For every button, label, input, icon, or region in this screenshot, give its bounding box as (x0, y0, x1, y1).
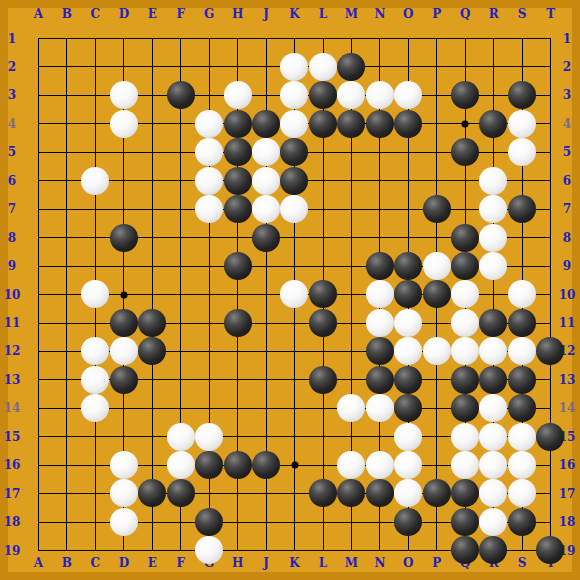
white-stone-R15 (479, 423, 507, 451)
black-stone-O13 (394, 366, 422, 394)
black-stone-G16 (195, 451, 223, 479)
black-stone-R11 (479, 309, 507, 337)
white-stone-S12 (508, 337, 536, 365)
black-stone-M2 (337, 53, 365, 81)
black-stone-D13 (110, 366, 138, 394)
black-stone-J16 (252, 451, 280, 479)
black-stone-T12 (536, 337, 564, 365)
coord-label-left-9: 9 (8, 260, 16, 272)
white-stone-M3 (337, 81, 365, 109)
coord-label-left-14: 14 (4, 402, 21, 414)
white-stone-G19 (195, 536, 223, 564)
coord-label-top-S: S (518, 8, 527, 20)
white-stone-L2 (309, 53, 337, 81)
white-stone-C13 (81, 366, 109, 394)
black-stone-F17 (167, 479, 195, 507)
coord-label-top-Q: Q (460, 8, 470, 20)
white-stone-H3 (224, 81, 252, 109)
black-stone-S11 (508, 309, 536, 337)
white-stone-R12 (479, 337, 507, 365)
coord-label-top-T: T (546, 8, 555, 20)
coord-label-top-O: O (403, 8, 413, 20)
coord-label-left-16: 16 (4, 459, 21, 471)
white-stone-R14 (479, 394, 507, 422)
white-stone-C14 (81, 394, 109, 422)
coord-label-top-L: L (319, 8, 327, 20)
coord-label-left-8: 8 (8, 232, 16, 244)
black-stone-R4 (479, 110, 507, 138)
white-stone-R16 (479, 451, 507, 479)
white-stone-D12 (110, 337, 138, 365)
white-stone-M16 (337, 451, 365, 479)
white-stone-N10 (366, 280, 394, 308)
coord-label-top-J: J (263, 8, 269, 20)
black-stone-H16 (224, 451, 252, 479)
white-stone-Q12 (451, 337, 479, 365)
coord-label-left-3: 3 (8, 89, 16, 101)
coord-label-top-G: G (204, 8, 214, 20)
white-stone-C10 (81, 280, 109, 308)
black-stone-T15 (536, 423, 564, 451)
coord-label-left-4: 4 (8, 118, 16, 130)
black-stone-O10 (394, 280, 422, 308)
coord-label-left-17: 17 (4, 488, 21, 500)
white-stone-K10 (280, 280, 308, 308)
coord-label-left-18: 18 (4, 516, 21, 528)
white-stone-J6 (252, 167, 280, 195)
black-stone-L3 (309, 81, 337, 109)
black-stone-O14 (394, 394, 422, 422)
black-stone-H11 (224, 309, 252, 337)
black-stone-R19 (479, 536, 507, 564)
black-stone-S13 (508, 366, 536, 394)
black-stone-L13 (309, 366, 337, 394)
coord-label-top-R: R (489, 8, 499, 20)
coord-label-left-13: 13 (4, 374, 21, 386)
black-stone-S3 (508, 81, 536, 109)
coord-label-left-1: 1 (8, 33, 16, 45)
black-stone-D8 (110, 224, 138, 252)
black-stone-N17 (366, 479, 394, 507)
black-stone-O9 (394, 252, 422, 280)
black-stone-O18 (394, 508, 422, 536)
black-stone-F3 (167, 81, 195, 109)
black-stone-Q18 (451, 508, 479, 536)
stones-grid (24, 24, 564, 564)
black-stone-Q19 (451, 536, 479, 564)
black-stone-L10 (309, 280, 337, 308)
black-stone-H4 (224, 110, 252, 138)
coord-label-left-19: 19 (4, 545, 21, 557)
black-stone-L4 (309, 110, 337, 138)
coord-label-top-D: D (119, 8, 129, 20)
black-stone-Q17 (451, 479, 479, 507)
black-stone-D11 (110, 309, 138, 337)
black-stone-H5 (224, 138, 252, 166)
white-stone-F15 (167, 423, 195, 451)
white-stone-D18 (110, 508, 138, 536)
black-stone-H9 (224, 252, 252, 280)
white-stone-Q15 (451, 423, 479, 451)
coord-label-top-N: N (374, 8, 385, 20)
coord-label-left-11: 11 (4, 317, 21, 329)
black-stone-R13 (479, 366, 507, 394)
coord-label-top-P: P (432, 8, 441, 20)
white-stone-O12 (394, 337, 422, 365)
white-stone-O17 (394, 479, 422, 507)
black-stone-J8 (252, 224, 280, 252)
black-stone-M17 (337, 479, 365, 507)
black-stone-O4 (394, 110, 422, 138)
black-stone-M4 (337, 110, 365, 138)
white-stone-S4 (508, 110, 536, 138)
white-stone-G4 (195, 110, 223, 138)
white-stone-K7 (280, 195, 308, 223)
black-stone-E12 (138, 337, 166, 365)
white-stone-O16 (394, 451, 422, 479)
black-stone-L17 (309, 479, 337, 507)
black-stone-P17 (423, 479, 451, 507)
coord-label-left-2: 2 (8, 61, 16, 73)
white-stone-K3 (280, 81, 308, 109)
white-stone-R9 (479, 252, 507, 280)
black-stone-Q9 (451, 252, 479, 280)
white-stone-Q10 (451, 280, 479, 308)
coord-label-top-C: C (91, 8, 101, 20)
goban: AABBCCDDEEFFGGHHJJKKLLMMNNOOPPQQRRSSTT11… (0, 0, 580, 580)
black-stone-J4 (252, 110, 280, 138)
black-stone-Q5 (451, 138, 479, 166)
black-stone-Q8 (451, 224, 479, 252)
white-stone-P12 (423, 337, 451, 365)
white-stone-R18 (479, 508, 507, 536)
white-stone-O3 (394, 81, 422, 109)
coord-label-left-12: 12 (4, 345, 21, 357)
white-stone-S15 (508, 423, 536, 451)
black-stone-E11 (138, 309, 166, 337)
white-stone-D4 (110, 110, 138, 138)
black-stone-N9 (366, 252, 394, 280)
white-stone-N16 (366, 451, 394, 479)
white-stone-R7 (479, 195, 507, 223)
white-stone-G15 (195, 423, 223, 451)
coord-label-top-E: E (148, 8, 157, 20)
coord-label-top-H: H (232, 8, 243, 20)
white-stone-Q16 (451, 451, 479, 479)
white-stone-R17 (479, 479, 507, 507)
black-stone-N13 (366, 366, 394, 394)
black-stone-S14 (508, 394, 536, 422)
coord-label-left-10: 10 (4, 289, 21, 301)
black-stone-Q13 (451, 366, 479, 394)
coord-label-top-M: M (345, 8, 358, 20)
white-stone-F16 (167, 451, 195, 479)
white-stone-N11 (366, 309, 394, 337)
black-stone-Q14 (451, 394, 479, 422)
black-stone-N4 (366, 110, 394, 138)
white-stone-M14 (337, 394, 365, 422)
coord-label-top-B: B (62, 8, 72, 20)
white-stone-O15 (394, 423, 422, 451)
white-stone-N14 (366, 394, 394, 422)
black-stone-G18 (195, 508, 223, 536)
white-stone-J5 (252, 138, 280, 166)
white-stone-S16 (508, 451, 536, 479)
white-stone-D3 (110, 81, 138, 109)
black-stone-L11 (309, 309, 337, 337)
black-stone-P10 (423, 280, 451, 308)
coord-label-left-6: 6 (8, 175, 16, 187)
coord-label-top-F: F (176, 8, 185, 20)
white-stone-G5 (195, 138, 223, 166)
white-stone-C6 (81, 167, 109, 195)
white-stone-S10 (508, 280, 536, 308)
white-stone-K2 (280, 53, 308, 81)
white-stone-S5 (508, 138, 536, 166)
black-stone-S7 (508, 195, 536, 223)
white-stone-R8 (479, 224, 507, 252)
black-stone-P7 (423, 195, 451, 223)
coord-label-left-15: 15 (4, 431, 21, 443)
white-stone-J7 (252, 195, 280, 223)
white-stone-G6 (195, 167, 223, 195)
black-stone-K6 (280, 167, 308, 195)
white-stone-S17 (508, 479, 536, 507)
white-stone-R6 (479, 167, 507, 195)
white-stone-O11 (394, 309, 422, 337)
black-stone-S18 (508, 508, 536, 536)
white-stone-C12 (81, 337, 109, 365)
coord-label-top-A: A (34, 8, 43, 20)
white-stone-D17 (110, 479, 138, 507)
coord-label-left-5: 5 (8, 146, 16, 158)
coord-label-top-K: K (289, 8, 299, 20)
white-stone-D16 (110, 451, 138, 479)
white-stone-K4 (280, 110, 308, 138)
black-stone-N12 (366, 337, 394, 365)
black-stone-Q3 (451, 81, 479, 109)
white-stone-P9 (423, 252, 451, 280)
white-stone-G7 (195, 195, 223, 223)
coord-label-left-7: 7 (8, 203, 16, 215)
black-stone-T19 (536, 536, 564, 564)
white-stone-Q11 (451, 309, 479, 337)
white-stone-N3 (366, 81, 394, 109)
black-stone-E17 (138, 479, 166, 507)
black-stone-H6 (224, 167, 252, 195)
black-stone-K5 (280, 138, 308, 166)
black-stone-H7 (224, 195, 252, 223)
